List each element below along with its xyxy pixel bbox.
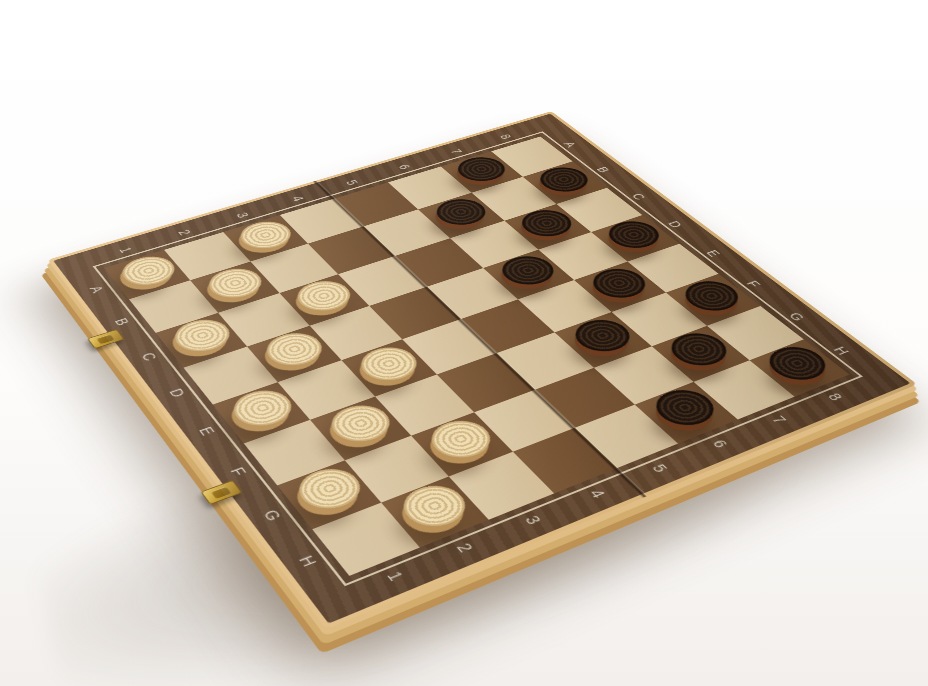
product-photo-scene: 12345678 12345678 ABCDEFGH ABCDEFGH <box>0 0 928 686</box>
label-left-D: D <box>136 370 220 415</box>
